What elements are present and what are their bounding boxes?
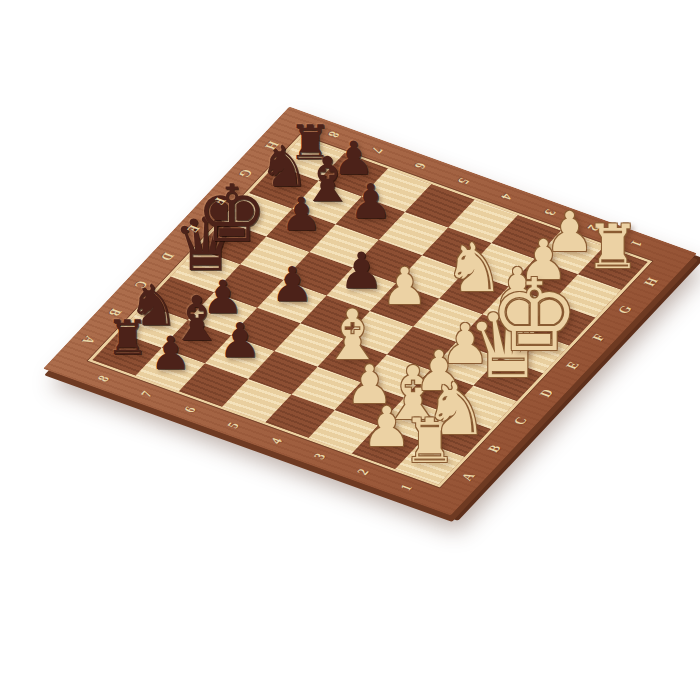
rank-label-5-near: 5 (220, 417, 247, 434)
file-label-d-far: D (153, 248, 180, 265)
file-label-f-far: F (206, 192, 233, 209)
rank-label-7-far: 7 (363, 141, 390, 158)
rank-label-8-near: 8 (90, 370, 117, 387)
rank-label-5-far: 5 (450, 173, 477, 190)
file-label-b-far: B (101, 304, 128, 321)
file-label-c-far: C (127, 276, 154, 293)
file-label-h-near: H (638, 273, 665, 290)
rank-label-3-near: 3 (306, 448, 333, 465)
file-label-d-near: D (533, 385, 560, 402)
rank-label-6-near: 6 (177, 401, 204, 418)
chess-board: ♜♞♛♚♞♜♟♝♟♟♝♟♟♟♟♟♝♟♟♞♟♝♟♟♟♟♟♜♞♛♚♜ AA11BB2… (43, 107, 697, 516)
file-label-f-near: F (586, 329, 613, 346)
rank-label-4-near: 4 (263, 432, 290, 449)
rank-label-6-far: 6 (406, 157, 433, 174)
file-label-a-far: A (75, 331, 102, 348)
file-label-e-far: E (179, 220, 206, 237)
rank-label-8-far: 8 (320, 126, 347, 143)
file-label-b-near: B (481, 440, 508, 457)
rank-label-7-near: 7 (133, 386, 160, 403)
rank-label-3-far: 3 (536, 204, 563, 221)
rank-label-1-far: 1 (623, 235, 650, 252)
file-label-c-near: C (507, 413, 534, 430)
rank-label-2-far: 2 (579, 219, 606, 236)
product-photo-scene: ♜♞♛♚♞♜♟♝♟♟♝♟♟♟♟♟♝♟♟♞♟♝♟♟♟♟♟♜♞♛♚♜ AA11BB2… (0, 0, 700, 700)
rank-label-4-far: 4 (493, 188, 520, 205)
board-squares (88, 134, 653, 487)
file-label-a-near: A (455, 468, 482, 485)
file-label-g-near: G (612, 301, 639, 318)
file-label-h-far: H (258, 137, 285, 154)
file-label-e-near: E (559, 357, 586, 374)
file-label-g-far: G (232, 165, 259, 182)
rank-label-2-near: 2 (350, 464, 377, 481)
rank-label-1-near: 1 (393, 479, 420, 496)
